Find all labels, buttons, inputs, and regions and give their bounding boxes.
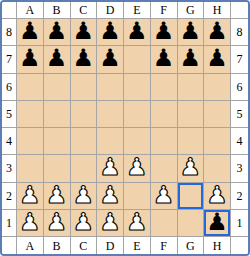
square-f7[interactable]: ♟	[151, 46, 178, 73]
square-b6[interactable]	[44, 74, 71, 101]
square-f2[interactable]: ♟	[151, 183, 178, 210]
rank-label-left-3: 3	[2, 155, 17, 182]
file-label-g: G	[178, 2, 205, 19]
square-b7[interactable]: ♟	[44, 46, 71, 73]
board-frame: ABCDEFGH8♟♟♟♟♟♟♟♟87♟♟♟♟♟♟♟76655443♟♟♟32♟…	[0, 0, 250, 256]
rank-label-left-4: 4	[2, 128, 17, 155]
file-label-h: H	[204, 237, 231, 254]
square-e5[interactable]	[124, 101, 151, 128]
file-label-h: H	[204, 2, 231, 19]
square-a3[interactable]	[17, 155, 44, 182]
white-pawn[interactable]: ♟	[153, 183, 175, 207]
white-pawn[interactable]: ♟	[126, 155, 148, 179]
black-pawn[interactable]: ♟	[99, 19, 121, 43]
black-pawn[interactable]: ♟	[73, 19, 95, 43]
white-pawn[interactable]: ♟	[19, 183, 41, 207]
square-a2[interactable]: ♟	[17, 183, 44, 210]
black-pawn[interactable]: ♟	[19, 46, 41, 70]
black-pawn[interactable]: ♟	[126, 19, 148, 43]
rank-label-right-2: 2	[231, 183, 248, 210]
square-a4[interactable]	[17, 128, 44, 155]
black-pawn[interactable]: ♟	[180, 19, 202, 43]
rank-label-right-4: 4	[231, 128, 248, 155]
square-b2[interactable]: ♟	[44, 183, 71, 210]
white-pawn[interactable]: ♟	[46, 183, 68, 207]
square-f1[interactable]	[151, 210, 178, 237]
square-f8[interactable]: ♟	[151, 19, 178, 46]
square-e3[interactable]: ♟	[124, 155, 151, 182]
square-g4[interactable]	[178, 128, 205, 155]
square-c4[interactable]	[71, 128, 98, 155]
square-a6[interactable]	[17, 74, 44, 101]
square-c1[interactable]: ♟	[71, 210, 98, 237]
rank-label-right-6: 6	[231, 74, 248, 101]
rank-label-left-5: 5	[2, 101, 17, 128]
black-pawn[interactable]: ♟	[206, 19, 228, 43]
square-h7[interactable]: ♟	[204, 46, 231, 73]
black-pawn[interactable]: ♟	[206, 46, 228, 70]
square-e6[interactable]	[124, 74, 151, 101]
file-label-c: C	[71, 2, 98, 19]
white-pawn[interactable]: ♟	[19, 210, 41, 234]
rank-label-right-3: 3	[231, 155, 248, 182]
black-pawn[interactable]: ♟	[206, 210, 228, 234]
square-d3[interactable]: ♟	[97, 155, 124, 182]
rank-label-left-6: 6	[2, 74, 17, 101]
black-pawn[interactable]: ♟	[46, 19, 68, 43]
square-g1[interactable]	[178, 210, 205, 237]
file-label-d: D	[97, 237, 124, 254]
corner-cell	[231, 2, 248, 19]
file-label-f: F	[151, 2, 178, 19]
square-d2[interactable]: ♟	[97, 183, 124, 210]
black-pawn[interactable]: ♟	[46, 46, 68, 70]
white-pawn[interactable]: ♟	[73, 210, 95, 234]
file-label-d: D	[97, 2, 124, 19]
square-d1[interactable]: ♟	[97, 210, 124, 237]
rank-label-left-2: 2	[2, 183, 17, 210]
square-b3[interactable]	[44, 155, 71, 182]
square-d6[interactable]	[97, 74, 124, 101]
white-pawn[interactable]: ♟	[206, 183, 228, 207]
square-b4[interactable]	[44, 128, 71, 155]
corner-cell	[2, 2, 17, 19]
square-h8[interactable]: ♟	[204, 19, 231, 46]
square-e7[interactable]	[124, 46, 151, 73]
square-c8[interactable]: ♟	[71, 19, 98, 46]
square-a7[interactable]: ♟	[17, 46, 44, 73]
rank-label-right-1: 1	[231, 210, 248, 237]
square-h3[interactable]	[204, 155, 231, 182]
square-d8[interactable]: ♟	[97, 19, 124, 46]
square-h5[interactable]	[204, 101, 231, 128]
white-pawn[interactable]: ♟	[99, 210, 121, 234]
black-pawn[interactable]: ♟	[153, 46, 175, 70]
black-pawn[interactable]: ♟	[73, 46, 95, 70]
rank-label-right-7: 7	[231, 46, 248, 73]
rank-label-right-8: 8	[231, 19, 248, 46]
square-h1[interactable]: ♟	[204, 210, 231, 237]
black-pawn[interactable]: ♟	[153, 19, 175, 43]
black-pawn[interactable]: ♟	[19, 19, 41, 43]
square-d4[interactable]	[97, 128, 124, 155]
square-c6[interactable]	[71, 74, 98, 101]
square-d7[interactable]: ♟	[97, 46, 124, 73]
square-a5[interactable]	[17, 101, 44, 128]
file-label-e: E	[124, 2, 151, 19]
square-g6[interactable]	[178, 74, 205, 101]
file-label-a: A	[17, 237, 44, 254]
rank-label-left-1: 1	[2, 210, 17, 237]
square-c3[interactable]	[71, 155, 98, 182]
file-label-e: E	[124, 237, 151, 254]
rank-label-left-7: 7	[2, 46, 17, 73]
square-f4[interactable]	[151, 128, 178, 155]
square-g8[interactable]: ♟	[178, 19, 205, 46]
file-label-c: C	[71, 237, 98, 254]
square-a8[interactable]: ♟	[17, 19, 44, 46]
file-label-f: F	[151, 237, 178, 254]
pawn-board: ABCDEFGH8♟♟♟♟♟♟♟♟87♟♟♟♟♟♟♟76655443♟♟♟32♟…	[2, 2, 248, 254]
square-a1[interactable]: ♟	[17, 210, 44, 237]
square-b5[interactable]	[44, 101, 71, 128]
square-b8[interactable]: ♟	[44, 19, 71, 46]
square-e1[interactable]: ♟	[124, 210, 151, 237]
corner-cell	[2, 237, 17, 254]
file-label-g: G	[178, 237, 205, 254]
square-f3[interactable]	[151, 155, 178, 182]
white-pawn[interactable]: ♟	[99, 155, 121, 179]
white-pawn[interactable]: ♟	[73, 183, 95, 207]
square-c7[interactable]: ♟	[71, 46, 98, 73]
white-pawn[interactable]: ♟	[99, 183, 121, 207]
square-e2[interactable]	[124, 183, 151, 210]
square-g3[interactable]: ♟	[178, 155, 205, 182]
square-h6[interactable]	[204, 74, 231, 101]
square-e8[interactable]: ♟	[124, 19, 151, 46]
white-pawn[interactable]: ♟	[126, 210, 148, 234]
square-c5[interactable]	[71, 101, 98, 128]
square-d5[interactable]	[97, 101, 124, 128]
black-pawn[interactable]: ♟	[99, 46, 121, 70]
square-h2[interactable]: ♟	[204, 183, 231, 210]
white-pawn[interactable]: ♟	[180, 155, 202, 179]
square-c2[interactable]: ♟	[71, 183, 98, 210]
square-h4[interactable]	[204, 128, 231, 155]
square-g5[interactable]	[178, 101, 205, 128]
file-label-b: B	[44, 237, 71, 254]
corner-cell	[231, 237, 248, 254]
square-g2[interactable]	[178, 183, 205, 210]
black-pawn[interactable]: ♟	[180, 46, 202, 70]
square-e4[interactable]	[124, 128, 151, 155]
rank-label-left-8: 8	[2, 19, 17, 46]
square-f5[interactable]	[151, 101, 178, 128]
square-b1[interactable]: ♟	[44, 210, 71, 237]
file-label-b: B	[44, 2, 71, 19]
file-label-a: A	[17, 2, 44, 19]
square-f6[interactable]	[151, 74, 178, 101]
rank-label-right-5: 5	[231, 101, 248, 128]
square-g7[interactable]: ♟	[178, 46, 205, 73]
white-pawn[interactable]: ♟	[46, 210, 68, 234]
